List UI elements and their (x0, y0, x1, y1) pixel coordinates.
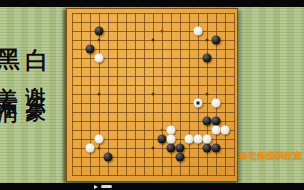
star-point (205, 38, 208, 41)
star-point (151, 146, 154, 149)
top-letterbox-bar (0, 0, 304, 7)
black-stone (202, 143, 211, 152)
black-player-name: 姜东润 (0, 71, 22, 92)
white-stone (94, 53, 103, 62)
white-stone (193, 26, 202, 35)
marker-dot (160, 29, 163, 32)
black-stone (166, 143, 175, 152)
black-stone (103, 152, 112, 161)
star-point (151, 38, 154, 41)
black-stone (175, 152, 184, 161)
video-frame: 黑 白 姜东润 谢尔豪 徐老师围棋教室 (0, 0, 304, 190)
video-player-bar[interactable] (0, 183, 304, 190)
black-stone (211, 143, 220, 152)
white-stone (85, 143, 94, 152)
white-stone (193, 134, 202, 143)
black-stone (211, 116, 220, 125)
black-stone (202, 53, 211, 62)
watermark-text: 徐老师围棋教室 (239, 150, 304, 163)
grid-line-h (72, 175, 235, 176)
white-stone (166, 134, 175, 143)
grid-line-v (234, 13, 235, 176)
white-stone (94, 134, 103, 143)
star-point (97, 38, 100, 41)
black-stone (211, 35, 220, 44)
grid-line-h (72, 112, 235, 113)
grid-line-v (162, 13, 163, 176)
grid-line-h (72, 157, 235, 158)
play-icon[interactable] (94, 185, 98, 189)
white-stone (202, 134, 211, 143)
last-move-marker (196, 101, 199, 104)
star-point (205, 92, 208, 95)
black-stone (157, 134, 166, 143)
grid-line-v (198, 13, 199, 176)
white-stone (166, 125, 175, 134)
white-player-name: 谢尔豪 (23, 71, 50, 92)
star-point (151, 92, 154, 95)
go-board[interactable] (66, 8, 238, 182)
black-stone (175, 143, 184, 152)
white-stone (184, 134, 193, 143)
black-stone (85, 44, 94, 53)
star-point (97, 92, 100, 95)
grid-line-h (72, 166, 235, 167)
progress-handle[interactable] (101, 185, 112, 188)
black-stone (202, 116, 211, 125)
white-stone (211, 98, 220, 107)
star-point (97, 146, 100, 149)
grid-line-v (225, 13, 226, 176)
grid-line-v (189, 13, 190, 176)
black-stone (94, 26, 103, 35)
white-stone (220, 125, 229, 134)
white-stone (211, 125, 220, 134)
marker-dot (160, 128, 163, 131)
